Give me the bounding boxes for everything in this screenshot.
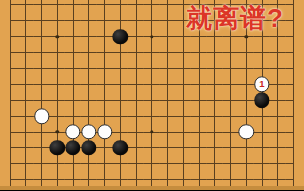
board-point (144, 92, 160, 108)
board-point (112, 0, 128, 13)
board-point (144, 76, 160, 92)
video-caption: 就离谱? (186, 4, 284, 34)
white-stone (34, 108, 49, 123)
board-point (128, 140, 144, 156)
black-stone (50, 140, 65, 155)
board-point (34, 76, 50, 92)
black-stone (254, 93, 269, 108)
board-point (270, 156, 286, 172)
board-point (191, 92, 207, 108)
board-point (144, 108, 160, 124)
board-point (144, 13, 160, 29)
move-number-label: 1 (259, 80, 264, 90)
board-point (2, 61, 18, 77)
board-point (270, 45, 286, 61)
board-point (238, 92, 254, 108)
board-point (160, 92, 176, 108)
board-point (2, 156, 18, 172)
board-point (238, 124, 254, 140)
board-point (286, 108, 302, 124)
board-point (65, 156, 81, 172)
board-point (128, 29, 144, 45)
board-point (286, 61, 302, 77)
board-point (207, 108, 223, 124)
board-point (238, 45, 254, 61)
board-point (270, 108, 286, 124)
board-point (223, 76, 239, 92)
board-point (65, 13, 81, 29)
board-point (97, 76, 113, 92)
board-point (144, 61, 160, 77)
board-point (2, 124, 18, 140)
board-point (112, 13, 128, 29)
board-point (97, 156, 113, 172)
board-point (175, 76, 191, 92)
board-point (65, 0, 81, 13)
board-point (223, 140, 239, 156)
board-point (223, 156, 239, 172)
board-point (97, 0, 113, 13)
board-point (97, 61, 113, 77)
board-point (254, 108, 270, 124)
black-stone (113, 140, 128, 155)
board-point (207, 124, 223, 140)
board-point (18, 124, 34, 140)
board-point (191, 124, 207, 140)
board-point (65, 140, 81, 156)
board-point (81, 140, 97, 156)
white-stone (239, 124, 254, 139)
board-point (97, 13, 113, 29)
board-point (2, 92, 18, 108)
board-point (49, 140, 65, 156)
board-point (112, 156, 128, 172)
board-point: 1 (254, 76, 270, 92)
board-point (160, 124, 176, 140)
board-point (112, 45, 128, 61)
board-point (49, 108, 65, 124)
star-point (56, 35, 59, 38)
board-point (34, 156, 50, 172)
board-point (286, 29, 302, 45)
board-point (175, 108, 191, 124)
board-point (34, 13, 50, 29)
black-stone (65, 140, 80, 155)
board-point (81, 61, 97, 77)
board-point (65, 108, 81, 124)
board-point (49, 45, 65, 61)
board-point (65, 76, 81, 92)
board-point (18, 61, 34, 77)
board-point (207, 156, 223, 172)
board-point (112, 108, 128, 124)
board-point (207, 61, 223, 77)
board-point (286, 140, 302, 156)
board-point (191, 108, 207, 124)
board-point (286, 76, 302, 92)
star-point (150, 130, 153, 133)
board-point (254, 140, 270, 156)
board-point (34, 29, 50, 45)
board-point (34, 61, 50, 77)
board-point (160, 13, 176, 29)
board-point (175, 140, 191, 156)
board-point (112, 29, 128, 45)
board-point (191, 61, 207, 77)
board-point (49, 29, 65, 45)
board-point (223, 124, 239, 140)
board-point (81, 156, 97, 172)
board-point (2, 108, 18, 124)
star-point (245, 35, 248, 38)
board-point (81, 108, 97, 124)
board-point (128, 92, 144, 108)
board-point (207, 45, 223, 61)
board-point (49, 13, 65, 29)
board-point (223, 45, 239, 61)
board-point (286, 45, 302, 61)
board-point (2, 140, 18, 156)
star-point (56, 130, 59, 133)
board-point (160, 108, 176, 124)
white-stone (65, 124, 80, 139)
board-point (128, 76, 144, 92)
board-point (160, 156, 176, 172)
board-point (286, 92, 302, 108)
white-stone-move-1: 1 (254, 77, 269, 92)
board-point (144, 140, 160, 156)
black-stone (113, 29, 128, 44)
board-point (128, 108, 144, 124)
board-point (160, 29, 176, 45)
board-point (2, 76, 18, 92)
board-point (175, 45, 191, 61)
board-point (97, 29, 113, 45)
board-point (34, 108, 50, 124)
board-point (175, 92, 191, 108)
board-point (270, 92, 286, 108)
board-point (286, 0, 302, 13)
board-point (144, 0, 160, 13)
board-point (160, 0, 176, 13)
board-point (112, 140, 128, 156)
board-point (81, 124, 97, 140)
board-point (18, 140, 34, 156)
board-point (144, 156, 160, 172)
board-point (254, 92, 270, 108)
board-point (2, 29, 18, 45)
board-point (223, 61, 239, 77)
board-point (81, 45, 97, 61)
board-point (97, 140, 113, 156)
board-point (18, 45, 34, 61)
white-stone (81, 124, 96, 139)
board-point (65, 124, 81, 140)
board-point (270, 76, 286, 92)
board-point (18, 0, 34, 13)
board-point (160, 140, 176, 156)
board-point (128, 156, 144, 172)
board-point (207, 140, 223, 156)
board-point (112, 76, 128, 92)
board-point (49, 76, 65, 92)
board-point (223, 92, 239, 108)
board-point (49, 124, 65, 140)
board-point (128, 61, 144, 77)
board-point (65, 92, 81, 108)
board-point (207, 76, 223, 92)
board-point (238, 61, 254, 77)
board-point (18, 108, 34, 124)
board-point (128, 0, 144, 13)
board-point (18, 76, 34, 92)
board-point (34, 140, 50, 156)
board-point (65, 45, 81, 61)
board-point (81, 13, 97, 29)
board-point (18, 156, 34, 172)
board-point (81, 92, 97, 108)
board-point (191, 140, 207, 156)
video-frame: 1 就离谱? (0, 0, 304, 190)
board-point (128, 45, 144, 61)
board-point (270, 124, 286, 140)
board-point (238, 108, 254, 124)
board-point (144, 29, 160, 45)
board-point (238, 140, 254, 156)
board-point (65, 61, 81, 77)
go-board: 1 就离谱? (0, 0, 304, 190)
board-point (97, 45, 113, 61)
board-point (34, 45, 50, 61)
board-point (34, 124, 50, 140)
board-point (49, 92, 65, 108)
board-point (191, 156, 207, 172)
board-point (34, 92, 50, 108)
board-point (112, 124, 128, 140)
board-point (175, 61, 191, 77)
star-point (150, 35, 153, 38)
board-point (207, 92, 223, 108)
board-point (286, 13, 302, 29)
board-point (81, 0, 97, 13)
board-bottom-edge (0, 186, 304, 191)
board-point (34, 0, 50, 13)
board-point (160, 45, 176, 61)
board-point (191, 45, 207, 61)
black-stone (81, 140, 96, 155)
board-point (286, 156, 302, 172)
board-point (160, 61, 176, 77)
board-point (2, 45, 18, 61)
board-point (160, 76, 176, 92)
white-stone (97, 124, 112, 139)
board-point (18, 13, 34, 29)
board-point (49, 0, 65, 13)
board-point (238, 156, 254, 172)
board-point (97, 108, 113, 124)
board-point (175, 124, 191, 140)
board-point (128, 13, 144, 29)
board-point (223, 108, 239, 124)
board-point (49, 156, 65, 172)
board-point (238, 76, 254, 92)
board-point (2, 13, 18, 29)
board-point (144, 45, 160, 61)
board-point (175, 156, 191, 172)
board-point (254, 124, 270, 140)
board-point (81, 76, 97, 92)
board-point (18, 92, 34, 108)
board-point (2, 0, 18, 13)
board-point (18, 29, 34, 45)
board-point (254, 156, 270, 172)
board-point (81, 29, 97, 45)
board-point (270, 61, 286, 77)
board-point (65, 29, 81, 45)
board-point (254, 45, 270, 61)
board-point (97, 92, 113, 108)
board-point (128, 124, 144, 140)
board-point (144, 124, 160, 140)
board-point (112, 92, 128, 108)
board-point (49, 61, 65, 77)
board-point (97, 124, 113, 140)
board-point (254, 61, 270, 77)
board-point (286, 124, 302, 140)
board-point (112, 61, 128, 77)
board-point (191, 76, 207, 92)
board-point (270, 140, 286, 156)
